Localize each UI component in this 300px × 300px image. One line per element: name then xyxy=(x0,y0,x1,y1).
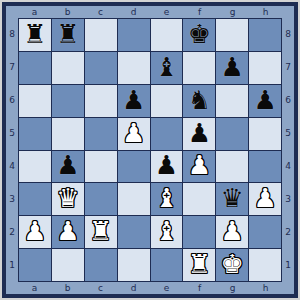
square-d6[interactable]: ♟ xyxy=(118,85,150,117)
rank-label-7-left: 7 xyxy=(6,51,18,84)
square-f3[interactable] xyxy=(183,183,215,215)
square-a7[interactable] xyxy=(19,52,51,84)
black-pawn[interactable]: ♟ xyxy=(188,120,211,146)
square-f4[interactable]: ♟ xyxy=(183,151,215,183)
square-a8[interactable]: ♜ xyxy=(19,19,51,51)
square-c5[interactable] xyxy=(85,118,117,150)
file-label-f-bottom: f xyxy=(183,282,216,294)
board-frame: abcdefgh 87654321 ♜♜♚♝♟♟♞♟♟♟♟♟♟♛♝♛♟♟♟♜♝♟… xyxy=(2,2,298,298)
file-label-g-top: g xyxy=(216,6,249,18)
black-pawn[interactable]: ♟ xyxy=(56,152,79,178)
square-g2[interactable]: ♟ xyxy=(216,216,248,248)
square-g3[interactable]: ♛ xyxy=(216,183,248,215)
square-g5[interactable] xyxy=(216,118,248,150)
square-h5[interactable] xyxy=(249,118,281,150)
rank-label-3-left: 3 xyxy=(6,183,18,216)
rank-label-8-left: 8 xyxy=(6,18,18,51)
square-g4[interactable] xyxy=(216,151,248,183)
square-h2[interactable] xyxy=(249,216,281,248)
square-f6[interactable]: ♞ xyxy=(183,85,215,117)
square-f7[interactable] xyxy=(183,52,215,84)
black-rook[interactable]: ♜ xyxy=(23,21,46,47)
square-b1[interactable] xyxy=(52,249,84,281)
file-label-e-top: e xyxy=(150,6,183,18)
file-label-g-bottom: g xyxy=(216,282,249,294)
black-pawn[interactable]: ♟ xyxy=(122,87,145,113)
square-d2[interactable] xyxy=(118,216,150,248)
square-b6[interactable] xyxy=(52,85,84,117)
rank-label-2-right: 2 xyxy=(282,216,294,249)
white-bishop[interactable]: ♝ xyxy=(155,218,178,244)
square-a3[interactable] xyxy=(19,183,51,215)
file-label-d-bottom: d xyxy=(117,282,150,294)
rank-label-8-right: 8 xyxy=(282,18,294,51)
square-b4[interactable]: ♟ xyxy=(52,151,84,183)
square-c1[interactable] xyxy=(85,249,117,281)
square-d5[interactable]: ♟ xyxy=(118,118,150,150)
file-label-d-top: d xyxy=(117,6,150,18)
diagram-background: abcdefgh 87654321 ♜♜♚♝♟♟♞♟♟♟♟♟♟♛♝♛♟♟♟♜♝♟… xyxy=(0,0,300,300)
square-g1[interactable]: ♚ xyxy=(216,249,248,281)
rank-label-6-left: 6 xyxy=(6,84,18,117)
square-a2[interactable]: ♟ xyxy=(19,216,51,248)
white-pawn[interactable]: ♟ xyxy=(253,185,276,211)
square-g8[interactable] xyxy=(216,19,248,51)
square-c6[interactable] xyxy=(85,85,117,117)
square-f5[interactable]: ♟ xyxy=(183,118,215,150)
file-label-b-bottom: b xyxy=(51,282,84,294)
square-b3[interactable]: ♛ xyxy=(52,183,84,215)
square-g7[interactable]: ♟ xyxy=(216,52,248,84)
file-label-b-top: b xyxy=(51,6,84,18)
file-label-c-bottom: c xyxy=(84,282,117,294)
square-e1[interactable] xyxy=(151,249,183,281)
file-label-a-top: a xyxy=(18,6,51,18)
rank-label-5-left: 5 xyxy=(6,117,18,150)
corner-top-right xyxy=(282,6,294,18)
rank-label-4-right: 4 xyxy=(282,150,294,183)
black-rook[interactable]: ♜ xyxy=(56,21,79,47)
square-e2[interactable]: ♝ xyxy=(151,216,183,248)
black-king[interactable]: ♚ xyxy=(188,21,211,47)
rank-labels-left: 87654321 xyxy=(6,18,18,282)
square-f2[interactable] xyxy=(183,216,215,248)
white-queen[interactable]: ♛ xyxy=(56,185,79,211)
square-b8[interactable]: ♜ xyxy=(52,19,84,51)
square-a4[interactable] xyxy=(19,151,51,183)
square-d7[interactable] xyxy=(118,52,150,84)
black-bishop[interactable]: ♝ xyxy=(155,54,178,80)
white-pawn[interactable]: ♟ xyxy=(221,218,244,244)
file-label-c-top: c xyxy=(84,6,117,18)
white-pawn[interactable]: ♟ xyxy=(188,152,211,178)
square-d4[interactable] xyxy=(118,151,150,183)
coordinate-plate: abcdefgh 87654321 ♜♜♚♝♟♟♞♟♟♟♟♟♟♛♝♛♟♟♟♜♝♟… xyxy=(6,6,294,294)
rank-label-1-right: 1 xyxy=(282,249,294,282)
file-label-h-top: h xyxy=(249,6,282,18)
black-queen[interactable]: ♛ xyxy=(221,185,244,211)
square-d8[interactable] xyxy=(118,19,150,51)
white-rook[interactable]: ♜ xyxy=(89,218,112,244)
white-pawn[interactable]: ♟ xyxy=(122,120,145,146)
file-label-h-bottom: h xyxy=(249,282,282,294)
square-h3[interactable]: ♟ xyxy=(249,183,281,215)
square-e8[interactable] xyxy=(151,19,183,51)
file-label-a-bottom: a xyxy=(18,282,51,294)
chess-board: ♜♜♚♝♟♟♞♟♟♟♟♟♟♛♝♛♟♟♟♜♝♟♜♚ xyxy=(18,18,282,282)
white-rook[interactable]: ♜ xyxy=(188,251,211,277)
rank-label-6-right: 6 xyxy=(282,84,294,117)
white-pawn[interactable]: ♟ xyxy=(56,218,79,244)
corner-bottom-right xyxy=(282,282,294,294)
rank-label-2-left: 2 xyxy=(6,216,18,249)
square-h4[interactable] xyxy=(249,151,281,183)
square-e4[interactable]: ♟ xyxy=(151,151,183,183)
corner-bottom-left xyxy=(6,282,18,294)
square-f1[interactable]: ♜ xyxy=(183,249,215,281)
square-c8[interactable] xyxy=(85,19,117,51)
square-c3[interactable] xyxy=(85,183,117,215)
square-d3[interactable] xyxy=(118,183,150,215)
square-h8[interactable] xyxy=(249,19,281,51)
rank-label-1-left: 1 xyxy=(6,249,18,282)
file-labels-bottom: abcdefgh xyxy=(18,282,282,294)
corner-top-left xyxy=(6,6,18,18)
white-bishop[interactable]: ♝ xyxy=(155,185,178,211)
square-a1[interactable] xyxy=(19,249,51,281)
black-knight[interactable]: ♞ xyxy=(188,87,211,113)
file-label-f-top: f xyxy=(183,6,216,18)
square-h7[interactable] xyxy=(249,52,281,84)
square-d1[interactable] xyxy=(118,249,150,281)
square-a6[interactable] xyxy=(19,85,51,117)
black-pawn[interactable]: ♟ xyxy=(221,54,244,80)
square-a5[interactable] xyxy=(19,118,51,150)
square-h6[interactable]: ♟ xyxy=(249,85,281,117)
rank-label-5-right: 5 xyxy=(282,117,294,150)
black-pawn[interactable]: ♟ xyxy=(253,87,276,113)
square-h1[interactable] xyxy=(249,249,281,281)
square-e5[interactable] xyxy=(151,118,183,150)
square-f8[interactable]: ♚ xyxy=(183,19,215,51)
square-c2[interactable]: ♜ xyxy=(85,216,117,248)
white-king[interactable]: ♚ xyxy=(221,251,244,277)
square-c4[interactable] xyxy=(85,151,117,183)
file-label-e-bottom: e xyxy=(150,282,183,294)
rank-label-3-right: 3 xyxy=(282,183,294,216)
square-b2[interactable]: ♟ xyxy=(52,216,84,248)
rank-label-7-right: 7 xyxy=(282,51,294,84)
white-pawn[interactable]: ♟ xyxy=(23,218,46,244)
square-b7[interactable] xyxy=(52,52,84,84)
rank-label-4-left: 4 xyxy=(6,150,18,183)
rank-labels-right: 87654321 xyxy=(282,18,294,282)
square-g6[interactable] xyxy=(216,85,248,117)
black-pawn[interactable]: ♟ xyxy=(155,152,178,178)
square-e3[interactable]: ♝ xyxy=(151,183,183,215)
square-e7[interactable]: ♝ xyxy=(151,52,183,84)
square-b5[interactable] xyxy=(52,118,84,150)
square-e6[interactable] xyxy=(151,85,183,117)
square-c7[interactable] xyxy=(85,52,117,84)
file-labels-top: abcdefgh xyxy=(18,6,282,18)
